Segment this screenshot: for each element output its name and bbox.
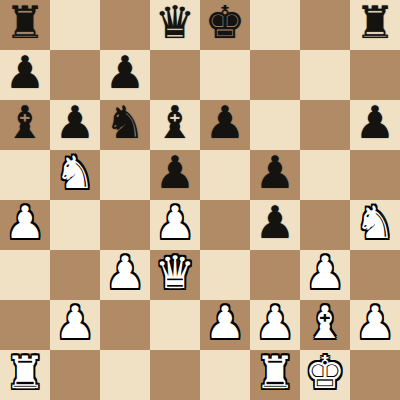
square-f3[interactable] — [250, 250, 300, 300]
black-bishop-piece[interactable]: ♝ — [5, 100, 45, 148]
square-e1[interactable] — [200, 350, 250, 400]
square-c6[interactable]: ♞ — [100, 100, 150, 150]
square-h8[interactable]: ♜ — [350, 0, 400, 50]
square-b7[interactable] — [50, 50, 100, 100]
square-c2[interactable] — [100, 300, 150, 350]
black-pawn-piece[interactable]: ♟ — [255, 150, 295, 198]
square-h6[interactable]: ♟ — [350, 100, 400, 150]
black-pawn-piece[interactable]: ♟ — [155, 150, 195, 198]
black-queen-piece[interactable]: ♛ — [155, 0, 195, 48]
black-rook-piece[interactable]: ♜ — [5, 0, 45, 48]
white-bishop-piece[interactable]: ♝ — [305, 300, 345, 348]
square-d6[interactable]: ♝ — [150, 100, 200, 150]
square-g2[interactable]: ♝ — [300, 300, 350, 350]
square-e8[interactable]: ♚ — [200, 0, 250, 50]
square-c1[interactable] — [100, 350, 150, 400]
black-knight-piece[interactable]: ♞ — [105, 100, 145, 148]
white-pawn-piece[interactable]: ♟ — [255, 300, 295, 348]
square-h4[interactable]: ♞ — [350, 200, 400, 250]
square-g6[interactable] — [300, 100, 350, 150]
square-d4[interactable]: ♟ — [150, 200, 200, 250]
white-pawn-piece[interactable]: ♟ — [155, 200, 195, 248]
square-b1[interactable] — [50, 350, 100, 400]
black-pawn-piece[interactable]: ♟ — [5, 50, 45, 98]
square-h1[interactable] — [350, 350, 400, 400]
square-c4[interactable] — [100, 200, 150, 250]
square-f7[interactable] — [250, 50, 300, 100]
square-f8[interactable] — [250, 0, 300, 50]
square-e5[interactable] — [200, 150, 250, 200]
white-knight-piece[interactable]: ♞ — [55, 150, 95, 198]
square-f2[interactable]: ♟ — [250, 300, 300, 350]
square-g5[interactable] — [300, 150, 350, 200]
square-h7[interactable] — [350, 50, 400, 100]
black-pawn-piece[interactable]: ♟ — [205, 100, 245, 148]
white-pawn-piece[interactable]: ♟ — [55, 300, 95, 348]
square-g8[interactable] — [300, 0, 350, 50]
black-rook-piece[interactable]: ♜ — [355, 0, 395, 48]
white-rook-piece[interactable]: ♜ — [5, 350, 45, 398]
square-e3[interactable] — [200, 250, 250, 300]
square-a1[interactable]: ♜ — [0, 350, 50, 400]
square-f1[interactable]: ♜ — [250, 350, 300, 400]
square-h2[interactable]: ♟ — [350, 300, 400, 350]
chess-board: ♜♛♚♜♟♟♝♟♞♝♟♟♞♟♟♟♟♟♞♟♛♟♟♟♟♝♟♜♜♚ — [0, 0, 400, 400]
square-b4[interactable] — [50, 200, 100, 250]
white-pawn-piece[interactable]: ♟ — [305, 250, 345, 298]
square-d8[interactable]: ♛ — [150, 0, 200, 50]
square-a7[interactable]: ♟ — [0, 50, 50, 100]
square-a6[interactable]: ♝ — [0, 100, 50, 150]
square-c7[interactable]: ♟ — [100, 50, 150, 100]
square-g1[interactable]: ♚ — [300, 350, 350, 400]
square-c5[interactable] — [100, 150, 150, 200]
square-b3[interactable] — [50, 250, 100, 300]
square-e4[interactable] — [200, 200, 250, 250]
square-a5[interactable] — [0, 150, 50, 200]
white-rook-piece[interactable]: ♜ — [255, 350, 295, 398]
black-pawn-piece[interactable]: ♟ — [355, 100, 395, 148]
square-d5[interactable]: ♟ — [150, 150, 200, 200]
square-a2[interactable] — [0, 300, 50, 350]
white-pawn-piece[interactable]: ♟ — [355, 300, 395, 348]
square-d7[interactable] — [150, 50, 200, 100]
square-b6[interactable]: ♟ — [50, 100, 100, 150]
square-e7[interactable] — [200, 50, 250, 100]
square-b5[interactable]: ♞ — [50, 150, 100, 200]
black-king-piece[interactable]: ♚ — [205, 0, 245, 48]
square-g3[interactable]: ♟ — [300, 250, 350, 300]
black-pawn-piece[interactable]: ♟ — [105, 50, 145, 98]
square-b2[interactable]: ♟ — [50, 300, 100, 350]
black-pawn-piece[interactable]: ♟ — [255, 200, 295, 248]
square-c3[interactable]: ♟ — [100, 250, 150, 300]
white-pawn-piece[interactable]: ♟ — [5, 200, 45, 248]
square-e6[interactable]: ♟ — [200, 100, 250, 150]
square-f4[interactable]: ♟ — [250, 200, 300, 250]
square-e2[interactable]: ♟ — [200, 300, 250, 350]
square-b8[interactable] — [50, 0, 100, 50]
square-a8[interactable]: ♜ — [0, 0, 50, 50]
white-pawn-piece[interactable]: ♟ — [105, 250, 145, 298]
square-h3[interactable] — [350, 250, 400, 300]
square-d3[interactable]: ♛ — [150, 250, 200, 300]
white-knight-piece[interactable]: ♞ — [355, 200, 395, 248]
square-c8[interactable] — [100, 0, 150, 50]
black-bishop-piece[interactable]: ♝ — [155, 100, 195, 148]
square-g4[interactable] — [300, 200, 350, 250]
square-a3[interactable] — [0, 250, 50, 300]
square-a4[interactable]: ♟ — [0, 200, 50, 250]
black-pawn-piece[interactable]: ♟ — [55, 100, 95, 148]
square-d2[interactable] — [150, 300, 200, 350]
square-d1[interactable] — [150, 350, 200, 400]
square-f6[interactable] — [250, 100, 300, 150]
white-king-piece[interactable]: ♚ — [305, 350, 345, 398]
square-g7[interactable] — [300, 50, 350, 100]
square-h5[interactable] — [350, 150, 400, 200]
white-pawn-piece[interactable]: ♟ — [205, 300, 245, 348]
square-f5[interactable]: ♟ — [250, 150, 300, 200]
white-queen-piece[interactable]: ♛ — [155, 250, 195, 298]
